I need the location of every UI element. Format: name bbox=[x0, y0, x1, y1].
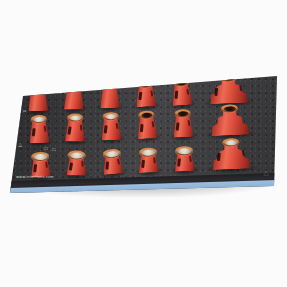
size-marking bbox=[140, 124, 144, 132]
socket-r3c5 bbox=[174, 146, 195, 172]
socket-r1c2 bbox=[64, 83, 84, 110]
size-marking bbox=[189, 156, 192, 162]
size-marking bbox=[242, 150, 245, 156]
socket-body bbox=[99, 85, 120, 109]
size-marking bbox=[45, 162, 48, 168]
size-marking bbox=[105, 161, 109, 169]
socket-opening bbox=[70, 115, 81, 120]
socket-opening bbox=[177, 111, 188, 116]
socket-rim bbox=[29, 84, 45, 93]
size-marking bbox=[187, 120, 190, 126]
foam-tool-tray: intertools® ✂ △ ▭ ▭ www.intertools.com △ bbox=[9, 74, 278, 194]
socket-opening bbox=[223, 106, 235, 111]
socket-opening bbox=[68, 84, 79, 89]
socket-body bbox=[64, 87, 84, 110]
socket-r2c6 bbox=[210, 104, 249, 137]
size-marking bbox=[239, 85, 242, 91]
socket-rim bbox=[101, 81, 117, 90]
size-marking bbox=[153, 157, 156, 163]
socket-r2c4 bbox=[136, 110, 158, 139]
socket-r1c3 bbox=[99, 81, 120, 109]
socket-r1c4 bbox=[135, 79, 156, 107]
size-marking bbox=[174, 91, 178, 99]
socket-opening bbox=[105, 150, 118, 157]
embossed-triangle-icon: △ bbox=[264, 170, 269, 177]
socket-r2c1 bbox=[29, 115, 50, 144]
size-marking bbox=[115, 123, 118, 129]
website-print: www.intertools.com bbox=[16, 175, 54, 179]
size-marking bbox=[80, 125, 83, 131]
socket-opening bbox=[105, 113, 116, 118]
socket-opening bbox=[104, 82, 115, 87]
socket-opening bbox=[141, 112, 152, 118]
socket-opening bbox=[140, 81, 151, 86]
socket-rim bbox=[68, 150, 86, 159]
photo-stage: intertools® ✂ △ ▭ ▭ www.intertools.com △ bbox=[0, 0, 287, 287]
socket-opening bbox=[32, 85, 43, 90]
size-marking bbox=[104, 125, 108, 133]
socket-r3c2 bbox=[66, 150, 86, 175]
size-marking bbox=[175, 122, 179, 130]
socket-r2c5 bbox=[172, 109, 193, 138]
size-marking bbox=[141, 159, 145, 167]
socket-r3c3 bbox=[101, 148, 123, 175]
socket-grid bbox=[19, 71, 261, 177]
socket-rim bbox=[66, 83, 82, 91]
socket-opening bbox=[222, 75, 234, 80]
socket-r3c4 bbox=[138, 147, 159, 173]
socket-opening bbox=[33, 116, 44, 121]
socket-r3c6 bbox=[212, 138, 251, 171]
socket-r2c2 bbox=[65, 114, 85, 142]
socket-body bbox=[27, 88, 48, 112]
size-marking bbox=[43, 126, 46, 132]
socket-r3c1 bbox=[30, 152, 51, 178]
socket-opening bbox=[225, 140, 237, 145]
socket-rim bbox=[67, 114, 83, 122]
socket-r1c1 bbox=[27, 84, 48, 112]
size-marking bbox=[150, 90, 153, 96]
size-marking bbox=[32, 128, 36, 136]
socket-opening bbox=[70, 152, 83, 158]
size-marking bbox=[33, 164, 37, 172]
socket-r2c3 bbox=[100, 112, 121, 141]
socket-opening bbox=[177, 147, 190, 154]
size-marking bbox=[177, 158, 181, 166]
socket-r1c5 bbox=[171, 78, 193, 106]
socket-opening bbox=[175, 79, 186, 85]
size-marking bbox=[81, 161, 84, 167]
socket-r1c6 bbox=[209, 73, 248, 105]
socket-opening bbox=[34, 153, 47, 160]
socket-opening bbox=[142, 149, 155, 156]
